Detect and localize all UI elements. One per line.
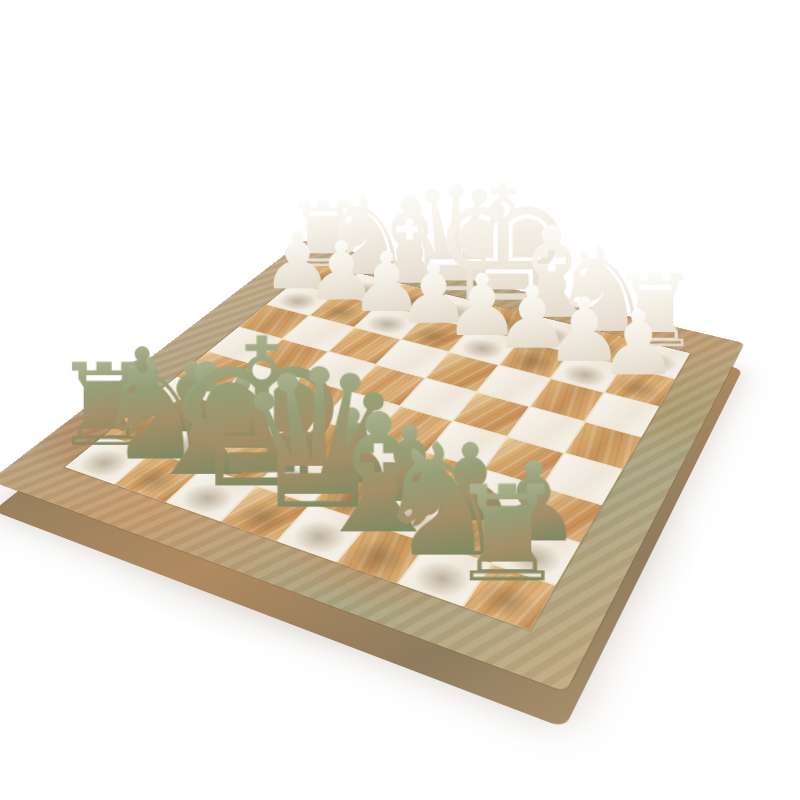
chess-scene: ♜♞♝♛♚♝♞♜♟♟♟♟♟♟♟♟♟♟♟♟♟♟♟♟♜♞♝♚♛♝♞♜: [0, 0, 800, 800]
square-h8[interactable]: ♜: [464, 565, 555, 630]
green-rook-piece[interactable]: ♜: [448, 469, 567, 601]
photo-stage: ♜♞♝♛♚♝♞♜♟♟♟♟♟♟♟♟♟♟♟♟♟♟♟♟♜♞♝♚♛♝♞♜: [0, 0, 800, 800]
white-pawn-piece[interactable]: ♟: [598, 299, 679, 389]
chess-board: ♜♞♝♛♚♝♞♜♟♟♟♟♟♟♟♟♟♟♟♟♟♟♟♟♜♞♝♚♛♝♞♜: [0, 240, 744, 692]
board-grid: ♜♞♝♛♚♝♞♜♟♟♟♟♟♟♟♟♟♟♟♟♟♟♟♟♜♞♝♚♛♝♞♜: [65, 263, 690, 630]
square-h2[interactable]: ♟: [605, 366, 674, 406]
